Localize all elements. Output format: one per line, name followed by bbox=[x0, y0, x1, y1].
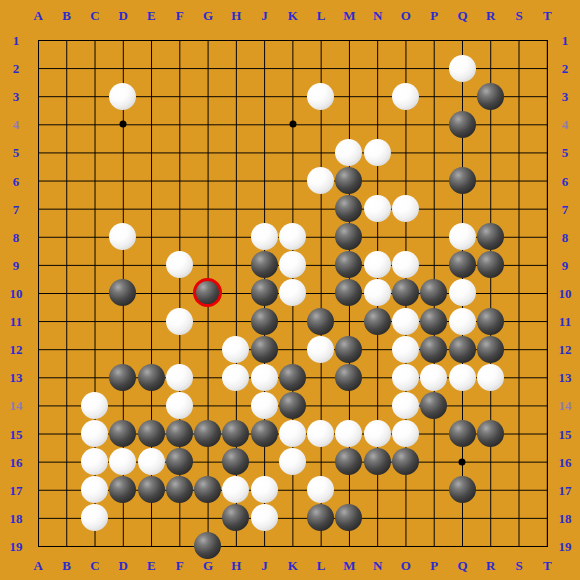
stone-black bbox=[222, 504, 249, 531]
stone-white bbox=[109, 223, 136, 250]
board-point-M16[interactable] bbox=[335, 448, 363, 476]
board-point-R15[interactable] bbox=[476, 419, 504, 447]
stone-black bbox=[251, 420, 278, 447]
stone-black bbox=[449, 167, 476, 194]
column-label-top: K bbox=[288, 9, 298, 22]
board-point-O14[interactable] bbox=[391, 391, 419, 419]
stone-white bbox=[364, 279, 391, 306]
board-point-Q13[interactable] bbox=[448, 363, 476, 391]
column-label-top: C bbox=[90, 9, 99, 22]
stone-white bbox=[81, 448, 108, 475]
stone-white bbox=[307, 336, 334, 363]
column-label-bottom: N bbox=[373, 559, 382, 572]
column-label-top: L bbox=[317, 9, 326, 22]
stone-black bbox=[335, 336, 362, 363]
board-point-O11[interactable] bbox=[391, 307, 419, 335]
column-label-top: T bbox=[543, 9, 552, 22]
stone-black bbox=[335, 195, 362, 222]
board-point-G10[interactable] bbox=[193, 279, 221, 307]
board-point-Q12[interactable] bbox=[448, 335, 476, 363]
column-label-top: S bbox=[515, 9, 522, 22]
column-label-top: F bbox=[176, 9, 184, 22]
stone-white bbox=[251, 504, 278, 531]
column-label-top: J bbox=[261, 9, 268, 22]
board-point-R9[interactable] bbox=[476, 251, 504, 279]
stone-black bbox=[109, 279, 136, 306]
column-label-bottom: G bbox=[203, 559, 213, 572]
row-label-left: 19 bbox=[10, 539, 23, 552]
board-point-R3[interactable] bbox=[476, 82, 504, 110]
stone-black bbox=[477, 83, 504, 110]
board-point-O7[interactable] bbox=[391, 195, 419, 223]
stone-black bbox=[420, 336, 447, 363]
board-point-L17[interactable] bbox=[307, 476, 335, 504]
column-label-top: M bbox=[343, 9, 355, 22]
board-point-F11[interactable] bbox=[165, 307, 193, 335]
stone-white bbox=[364, 139, 391, 166]
board-point-K9[interactable] bbox=[278, 251, 306, 279]
board-point-Q11[interactable] bbox=[448, 307, 476, 335]
board-point-E16[interactable] bbox=[137, 448, 165, 476]
column-label-top: N bbox=[373, 9, 382, 22]
board-point-P11[interactable] bbox=[420, 307, 448, 335]
column-label-top: G bbox=[203, 9, 213, 22]
stone-black bbox=[477, 308, 504, 335]
board-point-D8[interactable] bbox=[109, 223, 137, 251]
column-label-top: Q bbox=[457, 9, 467, 22]
stone-white bbox=[166, 251, 193, 278]
board-point-G17[interactable] bbox=[193, 476, 221, 504]
stone-black bbox=[109, 476, 136, 503]
stone-black bbox=[335, 448, 362, 475]
board-point-M5[interactable] bbox=[335, 138, 363, 166]
stone-white bbox=[392, 420, 419, 447]
board-point-O10[interactable] bbox=[391, 279, 419, 307]
board-point-N7[interactable] bbox=[363, 195, 391, 223]
board-point-F13[interactable] bbox=[165, 363, 193, 391]
stone-black bbox=[392, 279, 419, 306]
board-point-O13[interactable] bbox=[391, 363, 419, 391]
row-label-left: 3 bbox=[13, 90, 20, 103]
stone-black bbox=[477, 223, 504, 250]
column-label-top: A bbox=[34, 9, 43, 22]
board-point-Q8[interactable] bbox=[448, 223, 476, 251]
stone-black bbox=[109, 364, 136, 391]
row-label-right: 4 bbox=[562, 118, 569, 131]
column-label-top: R bbox=[486, 9, 495, 22]
stone-black bbox=[138, 364, 165, 391]
board-point-K16[interactable] bbox=[278, 448, 306, 476]
board-point-J18[interactable] bbox=[250, 504, 278, 532]
board-point-D13[interactable] bbox=[109, 363, 137, 391]
column-label-bottom: M bbox=[343, 559, 355, 572]
board-point-F14[interactable] bbox=[165, 391, 193, 419]
column-label-bottom: T bbox=[543, 559, 552, 572]
board-point-C14[interactable] bbox=[80, 391, 108, 419]
column-label-bottom: O bbox=[401, 559, 411, 572]
board-point-H13[interactable] bbox=[222, 363, 250, 391]
board-point-K14[interactable] bbox=[278, 391, 306, 419]
stone-black bbox=[194, 532, 221, 559]
stone-black bbox=[335, 223, 362, 250]
stone-white bbox=[166, 308, 193, 335]
board-point-J17[interactable] bbox=[250, 476, 278, 504]
row-label-left: 6 bbox=[13, 174, 20, 187]
row-label-right: 6 bbox=[562, 174, 569, 187]
column-label-top: D bbox=[118, 9, 127, 22]
board-point-M10[interactable] bbox=[335, 279, 363, 307]
board-point-F17[interactable] bbox=[165, 476, 193, 504]
stone-white bbox=[449, 364, 476, 391]
board-point-N11[interactable] bbox=[363, 307, 391, 335]
board-point-C17[interactable] bbox=[80, 476, 108, 504]
board-point-F16[interactable] bbox=[165, 448, 193, 476]
row-label-right: 3 bbox=[562, 90, 569, 103]
row-label-left: 18 bbox=[10, 511, 23, 524]
stone-black bbox=[364, 308, 391, 335]
board-point-L11[interactable] bbox=[307, 307, 335, 335]
go-board[interactable]: AABBCCDDEEFFGGHHJJKKLLMMNNOOPPQQRRSSTT11… bbox=[0, 0, 580, 580]
stone-white bbox=[251, 364, 278, 391]
stone-black bbox=[138, 476, 165, 503]
stone-white bbox=[251, 223, 278, 250]
board-point-H18[interactable] bbox=[222, 504, 250, 532]
stone-black bbox=[335, 251, 362, 278]
board-point-Q10[interactable] bbox=[448, 279, 476, 307]
board-point-C18[interactable] bbox=[80, 504, 108, 532]
board-point-O12[interactable] bbox=[391, 335, 419, 363]
stone-white bbox=[166, 364, 193, 391]
stone-white bbox=[392, 251, 419, 278]
board-point-J15[interactable] bbox=[250, 419, 278, 447]
row-label-right: 1 bbox=[562, 34, 569, 47]
stone-black bbox=[335, 504, 362, 531]
stone-white bbox=[392, 83, 419, 110]
stone-white bbox=[364, 420, 391, 447]
board-point-M15[interactable] bbox=[335, 419, 363, 447]
row-label-left: 9 bbox=[13, 258, 20, 271]
stone-white bbox=[81, 504, 108, 531]
column-label-bottom: S bbox=[515, 559, 522, 572]
stone-grid[interactable] bbox=[24, 26, 561, 560]
stone-white bbox=[307, 83, 334, 110]
column-label-bottom: J bbox=[261, 559, 268, 572]
stone-white bbox=[335, 420, 362, 447]
board-point-M13[interactable] bbox=[335, 363, 363, 391]
stone-white bbox=[364, 251, 391, 278]
board-point-E17[interactable] bbox=[137, 476, 165, 504]
board-point-Q4[interactable] bbox=[448, 110, 476, 138]
board-point-R11[interactable] bbox=[476, 307, 504, 335]
board-point-M18[interactable] bbox=[335, 504, 363, 532]
stone-black bbox=[109, 420, 136, 447]
board-point-O3[interactable] bbox=[391, 82, 419, 110]
row-label-right: 2 bbox=[562, 62, 569, 75]
board-point-O15[interactable] bbox=[391, 419, 419, 447]
stone-white bbox=[307, 476, 334, 503]
stone-white bbox=[449, 223, 476, 250]
stone-white bbox=[392, 364, 419, 391]
board-point-P12[interactable] bbox=[420, 335, 448, 363]
board-point-D17[interactable] bbox=[109, 476, 137, 504]
board-point-Q15[interactable] bbox=[448, 419, 476, 447]
stone-black bbox=[194, 476, 221, 503]
board-point-D16[interactable] bbox=[109, 448, 137, 476]
board-point-L15[interactable] bbox=[307, 419, 335, 447]
stone-white bbox=[392, 392, 419, 419]
last-move-marker bbox=[193, 278, 222, 307]
column-label-bottom: Q bbox=[457, 559, 467, 572]
board-point-N15[interactable] bbox=[363, 419, 391, 447]
board-point-J13[interactable] bbox=[250, 363, 278, 391]
stone-black bbox=[364, 448, 391, 475]
stone-black bbox=[307, 308, 334, 335]
row-label-left: 7 bbox=[13, 202, 20, 215]
row-label-left: 13 bbox=[10, 371, 23, 384]
board-point-N5[interactable] bbox=[363, 138, 391, 166]
board-point-M8[interactable] bbox=[335, 223, 363, 251]
stone-white bbox=[449, 55, 476, 82]
stone-black bbox=[251, 279, 278, 306]
board-point-Q9[interactable] bbox=[448, 251, 476, 279]
stone-white bbox=[279, 223, 306, 250]
row-label-right: 5 bbox=[562, 146, 569, 159]
board-point-R12[interactable] bbox=[476, 335, 504, 363]
board-point-L18[interactable] bbox=[307, 504, 335, 532]
row-label-left: 2 bbox=[13, 62, 20, 75]
stone-white bbox=[392, 195, 419, 222]
stone-black bbox=[166, 420, 193, 447]
stone-white bbox=[279, 420, 306, 447]
stone-black bbox=[222, 448, 249, 475]
stone-black bbox=[420, 279, 447, 306]
stone-white bbox=[279, 279, 306, 306]
stone-white bbox=[222, 364, 249, 391]
stone-white bbox=[449, 308, 476, 335]
board-point-P10[interactable] bbox=[420, 279, 448, 307]
row-label-left: 15 bbox=[10, 427, 23, 440]
board-point-J11[interactable] bbox=[250, 307, 278, 335]
board-point-L12[interactable] bbox=[307, 335, 335, 363]
board-point-Q2[interactable] bbox=[448, 54, 476, 82]
board-point-L3[interactable] bbox=[307, 82, 335, 110]
row-label-left: 11 bbox=[10, 315, 22, 328]
row-label-left: 16 bbox=[10, 455, 23, 468]
board-point-J10[interactable] bbox=[250, 279, 278, 307]
board-point-K10[interactable] bbox=[278, 279, 306, 307]
row-label-left: 5 bbox=[13, 146, 20, 159]
row-label-left: 17 bbox=[10, 483, 23, 496]
stone-white bbox=[477, 364, 504, 391]
row-label-left: 1 bbox=[13, 34, 20, 47]
column-label-bottom: R bbox=[486, 559, 495, 572]
board-point-K8[interactable] bbox=[278, 223, 306, 251]
stone-white bbox=[392, 308, 419, 335]
row-label-left: 14 bbox=[10, 399, 23, 412]
stone-white bbox=[251, 392, 278, 419]
board-point-F9[interactable] bbox=[165, 251, 193, 279]
column-label-top: E bbox=[147, 9, 156, 22]
stone-black bbox=[335, 364, 362, 391]
board-point-Q17[interactable] bbox=[448, 476, 476, 504]
stone-white bbox=[222, 336, 249, 363]
board-point-C16[interactable] bbox=[80, 448, 108, 476]
board-point-M12[interactable] bbox=[335, 335, 363, 363]
stone-black bbox=[420, 392, 447, 419]
stone-white bbox=[251, 476, 278, 503]
stone-white bbox=[81, 476, 108, 503]
board-point-L6[interactable] bbox=[307, 166, 335, 194]
stone-white bbox=[420, 364, 447, 391]
stone-black bbox=[449, 420, 476, 447]
board-point-H17[interactable] bbox=[222, 476, 250, 504]
stone-white bbox=[307, 420, 334, 447]
board-point-D10[interactable] bbox=[109, 279, 137, 307]
stone-black bbox=[279, 392, 306, 419]
column-label-bottom: L bbox=[317, 559, 326, 572]
board-point-G15[interactable] bbox=[193, 419, 221, 447]
stone-white bbox=[109, 83, 136, 110]
board-point-Q6[interactable] bbox=[448, 166, 476, 194]
stone-white bbox=[449, 279, 476, 306]
stone-black bbox=[222, 420, 249, 447]
stone-black bbox=[279, 364, 306, 391]
stone-black bbox=[392, 448, 419, 475]
board-point-N16[interactable] bbox=[363, 448, 391, 476]
board-point-J14[interactable] bbox=[250, 391, 278, 419]
board-point-J12[interactable] bbox=[250, 335, 278, 363]
stone-black bbox=[449, 111, 476, 138]
stone-black bbox=[420, 308, 447, 335]
stone-black bbox=[194, 279, 221, 306]
stone-black bbox=[449, 476, 476, 503]
board-point-E13[interactable] bbox=[137, 363, 165, 391]
board-point-P14[interactable] bbox=[420, 391, 448, 419]
column-label-bottom: H bbox=[231, 559, 241, 572]
board-point-H12[interactable] bbox=[222, 335, 250, 363]
stone-white bbox=[109, 448, 136, 475]
column-label-bottom: K bbox=[288, 559, 298, 572]
row-label-left: 12 bbox=[10, 343, 23, 356]
row-label-right: 9 bbox=[562, 258, 569, 271]
stone-white bbox=[166, 392, 193, 419]
column-label-bottom: A bbox=[34, 559, 43, 572]
column-label-bottom: E bbox=[147, 559, 156, 572]
board-point-N10[interactable] bbox=[363, 279, 391, 307]
board-point-M9[interactable] bbox=[335, 251, 363, 279]
column-label-bottom: F bbox=[176, 559, 184, 572]
board-point-M6[interactable] bbox=[335, 166, 363, 194]
stone-white bbox=[279, 251, 306, 278]
board-point-D3[interactable] bbox=[109, 82, 137, 110]
board-point-O16[interactable] bbox=[391, 448, 419, 476]
column-label-bottom: D bbox=[118, 559, 127, 572]
board-point-M7[interactable] bbox=[335, 195, 363, 223]
board-point-P13[interactable] bbox=[420, 363, 448, 391]
board-point-K13[interactable] bbox=[278, 363, 306, 391]
stone-white bbox=[138, 448, 165, 475]
column-label-bottom: C bbox=[90, 559, 99, 572]
stone-black bbox=[251, 251, 278, 278]
stone-white bbox=[364, 195, 391, 222]
stone-black bbox=[251, 336, 278, 363]
board-point-J9[interactable] bbox=[250, 251, 278, 279]
stone-black bbox=[194, 420, 221, 447]
column-label-bottom: P bbox=[430, 559, 438, 572]
stone-white bbox=[81, 392, 108, 419]
row-label-left: 10 bbox=[10, 286, 23, 299]
column-label-top: P bbox=[430, 9, 438, 22]
stone-black bbox=[138, 420, 165, 447]
stone-black bbox=[166, 448, 193, 475]
stone-white bbox=[81, 420, 108, 447]
board-point-R8[interactable] bbox=[476, 223, 504, 251]
stone-black bbox=[477, 420, 504, 447]
stone-black bbox=[335, 167, 362, 194]
stone-black bbox=[307, 504, 334, 531]
row-label-right: 8 bbox=[562, 230, 569, 243]
stone-white bbox=[222, 476, 249, 503]
stone-white bbox=[279, 448, 306, 475]
board-point-R13[interactable] bbox=[476, 363, 504, 391]
stone-white bbox=[307, 167, 334, 194]
board-point-K15[interactable] bbox=[278, 419, 306, 447]
stone-white bbox=[335, 139, 362, 166]
stone-white bbox=[392, 336, 419, 363]
board-point-F15[interactable] bbox=[165, 419, 193, 447]
stone-black bbox=[477, 336, 504, 363]
board-point-J8[interactable] bbox=[250, 223, 278, 251]
stone-black bbox=[449, 251, 476, 278]
stone-black bbox=[251, 308, 278, 335]
board-point-E15[interactable] bbox=[137, 419, 165, 447]
column-label-top: B bbox=[62, 9, 71, 22]
board-point-N9[interactable] bbox=[363, 251, 391, 279]
stone-black bbox=[449, 336, 476, 363]
row-label-right: 7 bbox=[562, 202, 569, 215]
board-point-H15[interactable] bbox=[222, 419, 250, 447]
stone-black bbox=[477, 251, 504, 278]
column-label-top: H bbox=[231, 9, 241, 22]
stone-black bbox=[166, 476, 193, 503]
row-label-left: 8 bbox=[13, 230, 20, 243]
board-point-C15[interactable] bbox=[80, 419, 108, 447]
row-label-left: 4 bbox=[13, 118, 20, 131]
column-label-top: O bbox=[401, 9, 411, 22]
board-point-G19[interactable] bbox=[193, 532, 221, 560]
board-point-D15[interactable] bbox=[109, 419, 137, 447]
stone-black bbox=[335, 279, 362, 306]
board-point-H16[interactable] bbox=[222, 448, 250, 476]
column-label-bottom: B bbox=[62, 559, 71, 572]
board-point-O9[interactable] bbox=[391, 251, 419, 279]
